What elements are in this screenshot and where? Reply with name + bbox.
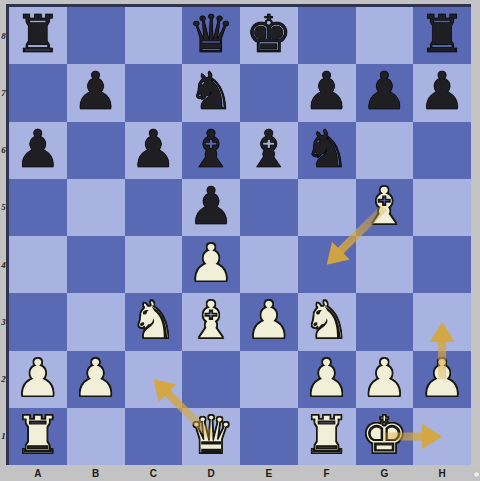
square-g5[interactable]: ♝ — [356, 179, 414, 236]
square-h6[interactable] — [413, 122, 471, 179]
piece-white-pawn[interactable]: ♟ — [188, 235, 235, 292]
square-h1[interactable] — [413, 408, 471, 465]
square-d2[interactable] — [182, 351, 240, 408]
piece-white-pawn[interactable]: ♟ — [361, 350, 408, 407]
square-a5[interactable] — [9, 179, 67, 236]
square-e6[interactable]: ♝ — [240, 122, 298, 179]
piece-white-king[interactable]: ♚ — [361, 407, 408, 464]
piece-white-knight[interactable]: ♞ — [130, 292, 177, 349]
square-g2[interactable]: ♟ — [356, 351, 414, 408]
square-c5[interactable] — [125, 179, 183, 236]
square-c1[interactable] — [125, 408, 183, 465]
square-f3[interactable]: ♞ — [298, 293, 356, 350]
piece-white-pawn[interactable]: ♟ — [419, 350, 466, 407]
square-b1[interactable] — [67, 408, 125, 465]
square-g6[interactable] — [356, 122, 414, 179]
chess-app-window: 87654321 ♜♛♚♜♟♞♟♟♟♟♟♝♝♞♟♝♟♞♝♟♞♟♟♟♟♟♜♛♜♚ … — [0, 0, 480, 481]
piece-black-rook[interactable]: ♜ — [419, 6, 466, 63]
piece-white-pawn[interactable]: ♟ — [303, 350, 350, 407]
square-e2[interactable] — [240, 351, 298, 408]
square-b3[interactable] — [67, 293, 125, 350]
piece-black-pawn[interactable]: ♟ — [303, 63, 350, 120]
square-f5[interactable] — [298, 179, 356, 236]
square-d7[interactable]: ♞ — [182, 64, 240, 121]
square-d8[interactable]: ♛ — [182, 7, 240, 64]
square-f6[interactable]: ♞ — [298, 122, 356, 179]
piece-black-pawn[interactable]: ♟ — [188, 178, 235, 235]
square-d5[interactable]: ♟ — [182, 179, 240, 236]
square-a7[interactable] — [9, 64, 67, 121]
square-e4[interactable] — [240, 236, 298, 293]
square-d4[interactable]: ♟ — [182, 236, 240, 293]
square-a1[interactable]: ♜ — [9, 408, 67, 465]
file-label-A: A — [9, 466, 67, 480]
piece-black-pawn[interactable]: ♟ — [72, 63, 119, 120]
piece-black-pawn[interactable]: ♟ — [130, 121, 177, 178]
square-g4[interactable] — [356, 236, 414, 293]
square-b5[interactable] — [67, 179, 125, 236]
square-h8[interactable]: ♜ — [413, 7, 471, 64]
piece-black-bishop[interactable]: ♝ — [246, 121, 293, 178]
board-frame: ♜♛♚♜♟♞♟♟♟♟♟♝♝♞♟♝♟♞♝♟♞♟♟♟♟♟♜♛♜♚ — [6, 4, 471, 465]
piece-black-pawn[interactable]: ♟ — [419, 63, 466, 120]
file-labels: ABCDEFGH — [9, 466, 471, 480]
square-a4[interactable] — [9, 236, 67, 293]
square-c8[interactable] — [125, 7, 183, 64]
square-h7[interactable]: ♟ — [413, 64, 471, 121]
chess-board: ♜♛♚♜♟♞♟♟♟♟♟♝♝♞♟♝♟♞♝♟♞♟♟♟♟♟♜♛♜♚ — [9, 7, 471, 465]
piece-black-rook[interactable]: ♜ — [15, 6, 62, 63]
piece-white-knight[interactable]: ♞ — [303, 292, 350, 349]
piece-white-rook[interactable]: ♜ — [15, 407, 62, 464]
square-h5[interactable] — [413, 179, 471, 236]
square-a3[interactable] — [9, 293, 67, 350]
square-e5[interactable] — [240, 179, 298, 236]
file-label-C: C — [125, 466, 183, 480]
resize-grip-dot — [474, 472, 479, 477]
piece-black-bishop[interactable]: ♝ — [188, 121, 235, 178]
square-g8[interactable] — [356, 7, 414, 64]
square-a2[interactable]: ♟ — [9, 351, 67, 408]
square-c7[interactable] — [125, 64, 183, 121]
square-f1[interactable]: ♜ — [298, 408, 356, 465]
square-b4[interactable] — [67, 236, 125, 293]
piece-black-pawn[interactable]: ♟ — [15, 121, 62, 178]
file-label-E: E — [240, 466, 298, 480]
piece-white-queen[interactable]: ♛ — [188, 407, 235, 464]
square-f2[interactable]: ♟ — [298, 351, 356, 408]
square-d3[interactable]: ♝ — [182, 293, 240, 350]
square-e1[interactable] — [240, 408, 298, 465]
piece-black-knight[interactable]: ♞ — [303, 121, 350, 178]
square-f8[interactable] — [298, 7, 356, 64]
piece-white-pawn[interactable]: ♟ — [246, 292, 293, 349]
piece-white-pawn[interactable]: ♟ — [72, 350, 119, 407]
square-g1[interactable]: ♚ — [356, 408, 414, 465]
square-g3[interactable] — [356, 293, 414, 350]
file-label-H: H — [413, 466, 471, 480]
square-b7[interactable]: ♟ — [67, 64, 125, 121]
square-f4[interactable] — [298, 236, 356, 293]
square-b8[interactable] — [67, 7, 125, 64]
square-h4[interactable] — [413, 236, 471, 293]
file-label-B: B — [67, 466, 125, 480]
file-label-G: G — [356, 466, 414, 480]
piece-white-pawn[interactable]: ♟ — [15, 350, 62, 407]
square-c4[interactable] — [125, 236, 183, 293]
piece-black-pawn[interactable]: ♟ — [361, 63, 408, 120]
file-label-D: D — [182, 466, 240, 480]
square-g7[interactable]: ♟ — [356, 64, 414, 121]
piece-black-queen[interactable]: ♛ — [188, 6, 235, 63]
square-a6[interactable]: ♟ — [9, 122, 67, 179]
file-label-F: F — [298, 466, 356, 480]
piece-black-knight[interactable]: ♞ — [188, 63, 235, 120]
piece-white-bishop[interactable]: ♝ — [188, 292, 235, 349]
piece-white-bishop[interactable]: ♝ — [361, 178, 408, 235]
square-e3[interactable]: ♟ — [240, 293, 298, 350]
square-c2[interactable] — [125, 351, 183, 408]
square-h2[interactable]: ♟ — [413, 351, 471, 408]
square-a8[interactable]: ♜ — [9, 7, 67, 64]
square-h3[interactable] — [413, 293, 471, 350]
square-c3[interactable]: ♞ — [125, 293, 183, 350]
square-f7[interactable]: ♟ — [298, 64, 356, 121]
square-b6[interactable] — [67, 122, 125, 179]
piece-black-king[interactable]: ♚ — [246, 6, 293, 63]
square-d6[interactable]: ♝ — [182, 122, 240, 179]
square-e8[interactable]: ♚ — [240, 7, 298, 64]
piece-white-rook[interactable]: ♜ — [303, 407, 350, 464]
square-b2[interactable]: ♟ — [67, 351, 125, 408]
square-d1[interactable]: ♛ — [182, 408, 240, 465]
square-e7[interactable] — [240, 64, 298, 121]
square-c6[interactable]: ♟ — [125, 122, 183, 179]
